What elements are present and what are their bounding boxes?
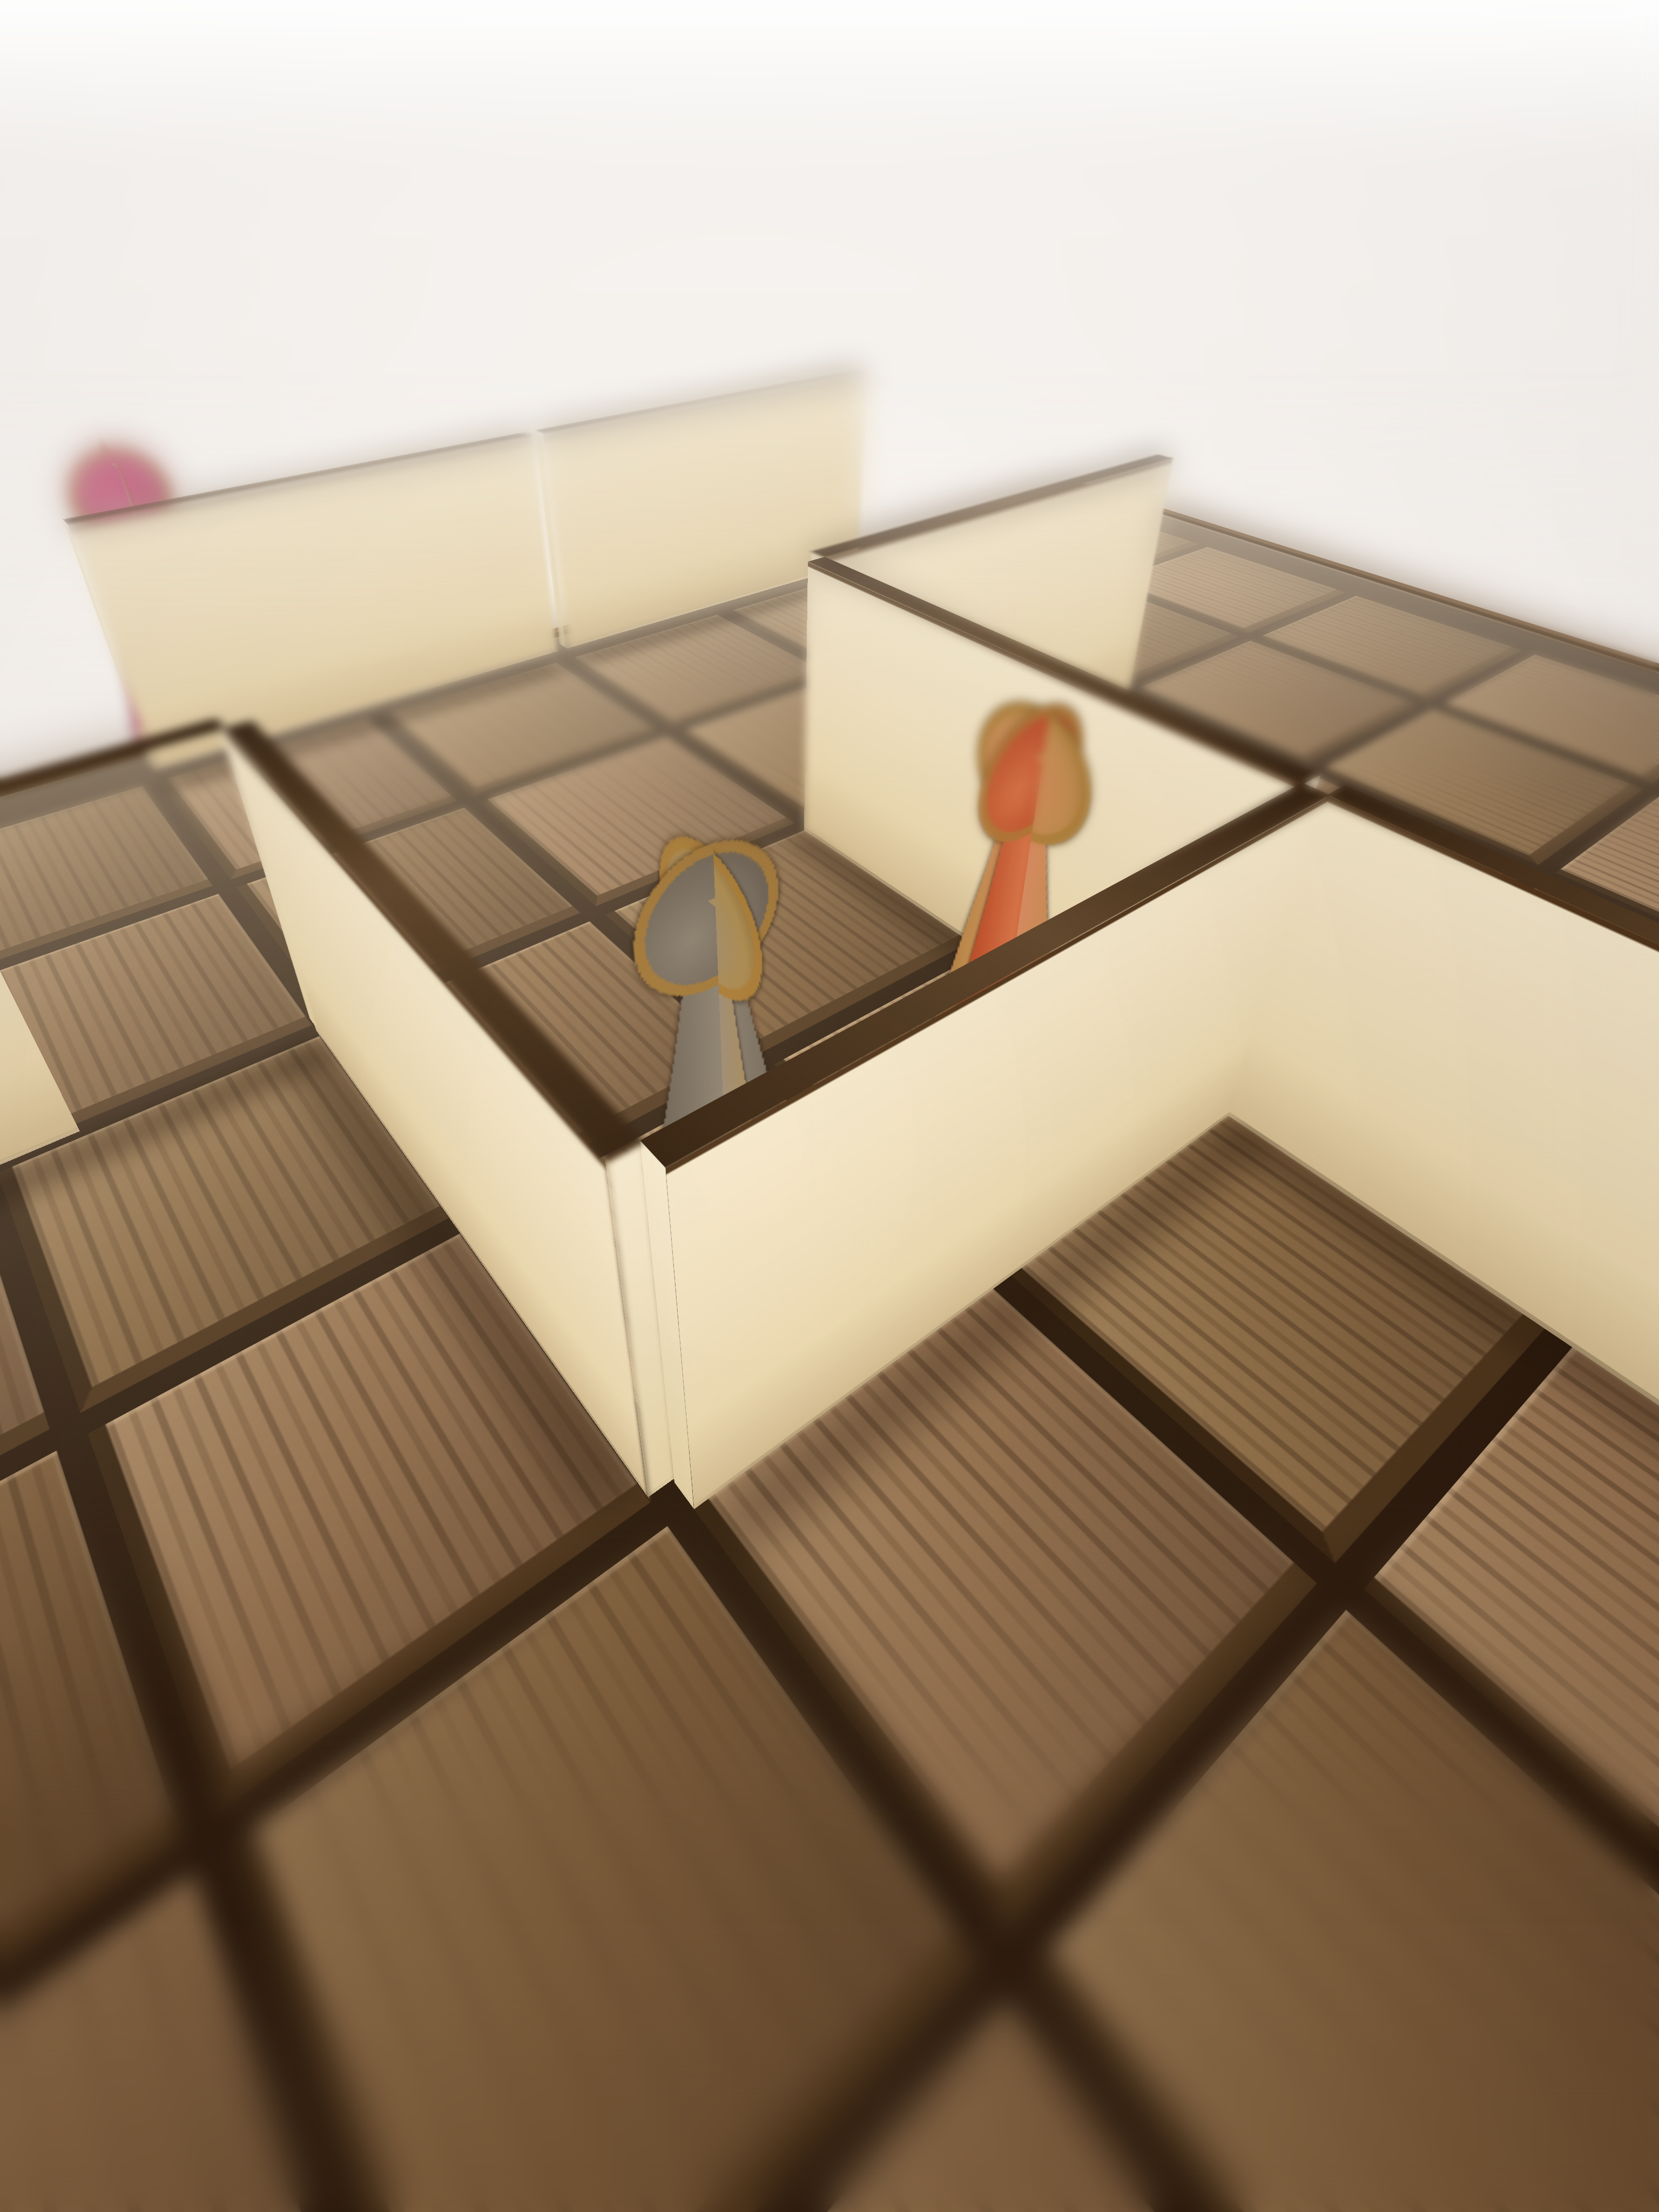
right-long-wall[interactable]	[1226, 795, 1659, 1676]
tile-d6[interactable]	[1034, 1609, 1659, 2212]
quoridor-scene	[0, 0, 1659, 2212]
quoridor-board	[0, 0, 1659, 1644]
photo-stage	[0, 0, 1659, 2212]
